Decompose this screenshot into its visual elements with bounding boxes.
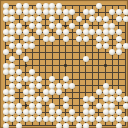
board-cell[interactable] (102, 2, 109, 9)
board-cell[interactable] (16, 109, 23, 116)
board-cell[interactable] (82, 82, 89, 89)
board-cell[interactable] (36, 102, 43, 109)
board-cell[interactable] (42, 9, 49, 16)
board-cell[interactable] (16, 16, 23, 23)
board-cell[interactable] (2, 76, 9, 83)
board-cell[interactable] (9, 122, 16, 128)
board-cell[interactable] (122, 89, 128, 96)
board-cell[interactable] (22, 49, 29, 56)
board-cell[interactable] (36, 122, 43, 128)
board-cell[interactable] (9, 76, 16, 83)
board-cell[interactable] (102, 76, 109, 83)
board-cell[interactable] (102, 49, 109, 56)
board-cell[interactable] (116, 42, 123, 49)
board-cell[interactable] (82, 109, 89, 116)
board-cell[interactable] (29, 76, 36, 83)
board-cell[interactable] (16, 96, 23, 103)
board-cell[interactable] (36, 76, 43, 83)
board-cell[interactable] (29, 16, 36, 23)
board-cell[interactable] (42, 82, 49, 89)
board-cell[interactable] (116, 76, 123, 83)
board-cell[interactable] (36, 2, 43, 9)
board-cell[interactable] (96, 82, 103, 89)
board-cell[interactable] (16, 102, 23, 109)
board-cell[interactable] (69, 2, 76, 9)
board-cell[interactable] (96, 56, 103, 63)
board-cell[interactable] (16, 62, 23, 69)
board-cell[interactable] (29, 116, 36, 123)
board-cell[interactable] (89, 82, 96, 89)
board-cell[interactable] (102, 22, 109, 29)
board-cell[interactable] (16, 89, 23, 96)
board-cell[interactable] (116, 49, 123, 56)
board-cell[interactable] (62, 22, 69, 29)
board-cell[interactable] (49, 76, 56, 83)
board-cell[interactable] (89, 56, 96, 63)
board-cell[interactable] (122, 22, 128, 29)
board-cell[interactable] (116, 2, 123, 9)
board-cell[interactable] (122, 109, 128, 116)
board-cell[interactable] (42, 122, 49, 128)
board-cell[interactable] (89, 96, 96, 103)
board-cell[interactable] (29, 62, 36, 69)
board-cell[interactable] (2, 2, 9, 9)
board-cell[interactable] (16, 2, 23, 9)
board-cell[interactable] (76, 9, 83, 16)
board-cell[interactable] (122, 96, 128, 103)
board-cell[interactable] (122, 9, 128, 16)
board-cell[interactable] (62, 9, 69, 16)
board-cell[interactable] (116, 9, 123, 16)
board-cell[interactable] (49, 56, 56, 63)
board-cell[interactable] (109, 122, 116, 128)
board-cell[interactable] (56, 62, 63, 69)
board-cell[interactable] (22, 122, 29, 128)
board-cell[interactable] (82, 9, 89, 16)
board-cell[interactable] (29, 49, 36, 56)
board-cell[interactable] (69, 82, 76, 89)
board-cell[interactable] (76, 96, 83, 103)
board-cell[interactable] (109, 102, 116, 109)
board-cell[interactable] (36, 62, 43, 69)
board-cell[interactable] (82, 2, 89, 9)
board-cell[interactable] (29, 82, 36, 89)
board-cell[interactable] (22, 109, 29, 116)
board-cell[interactable] (29, 109, 36, 116)
board-cell[interactable] (76, 76, 83, 83)
board-cell[interactable] (96, 62, 103, 69)
board-cell[interactable] (2, 89, 9, 96)
board-cell[interactable] (102, 29, 109, 36)
board-cell[interactable] (9, 69, 16, 76)
board-cell[interactable] (109, 89, 116, 96)
board-cell[interactable] (76, 49, 83, 56)
board-cell[interactable] (82, 62, 89, 69)
board-cell[interactable] (76, 102, 83, 109)
board-cell[interactable] (96, 76, 103, 83)
board-cell[interactable] (69, 62, 76, 69)
board-cell[interactable] (76, 2, 83, 9)
board-cell[interactable] (116, 22, 123, 29)
board-cell[interactable] (69, 36, 76, 43)
board-cell[interactable] (76, 82, 83, 89)
board-cell[interactable] (29, 9, 36, 16)
board-cell[interactable] (2, 109, 9, 116)
board-cell[interactable] (109, 29, 116, 36)
board-cell[interactable] (56, 56, 63, 63)
board-cell[interactable] (109, 69, 116, 76)
board-cell[interactable] (36, 36, 43, 43)
board-cell[interactable] (42, 49, 49, 56)
board-cell[interactable] (69, 22, 76, 29)
board-cell[interactable] (62, 116, 69, 123)
board-cell[interactable] (22, 42, 29, 49)
board-cell[interactable] (22, 82, 29, 89)
board-cell[interactable] (49, 16, 56, 23)
board-cell[interactable] (2, 82, 9, 89)
board-cell[interactable] (82, 36, 89, 43)
board-cell[interactable] (122, 69, 128, 76)
board-cell[interactable] (56, 76, 63, 83)
board-cell[interactable] (9, 109, 16, 116)
board-cell[interactable] (89, 16, 96, 23)
board-cell[interactable] (22, 29, 29, 36)
board-cell[interactable] (29, 29, 36, 36)
board-cell[interactable] (2, 29, 9, 36)
board-cell[interactable] (56, 16, 63, 23)
board-cell[interactable] (49, 36, 56, 43)
board-cell[interactable] (102, 42, 109, 49)
board-cell[interactable] (36, 22, 43, 29)
board-cell[interactable] (116, 102, 123, 109)
board-cell[interactable] (76, 36, 83, 43)
board-cell[interactable] (116, 36, 123, 43)
board-cell[interactable] (29, 42, 36, 49)
board-cell[interactable] (22, 116, 29, 123)
board-cell[interactable] (82, 89, 89, 96)
board-cell[interactable] (62, 76, 69, 83)
board-cell[interactable] (49, 62, 56, 69)
board-cell[interactable] (49, 9, 56, 16)
board-cell[interactable] (2, 96, 9, 103)
board-cell[interactable] (49, 42, 56, 49)
board-cell[interactable] (2, 42, 9, 49)
board-cell[interactable] (109, 96, 116, 103)
board-cell[interactable] (42, 69, 49, 76)
board-cell[interactable] (122, 82, 128, 89)
board-cell[interactable] (9, 102, 16, 109)
board-cell[interactable] (42, 22, 49, 29)
board-cell[interactable] (16, 42, 23, 49)
board-cell[interactable] (49, 82, 56, 89)
board-cell[interactable] (102, 16, 109, 23)
board-cell[interactable] (122, 102, 128, 109)
board-cell[interactable] (102, 69, 109, 76)
board-cell[interactable] (69, 102, 76, 109)
board-cell[interactable] (116, 56, 123, 63)
board-cell[interactable] (82, 102, 89, 109)
board-cell[interactable] (76, 62, 83, 69)
board-cell[interactable] (22, 36, 29, 43)
board-cell[interactable] (56, 109, 63, 116)
board-cell[interactable] (89, 69, 96, 76)
board-cell[interactable] (42, 96, 49, 103)
board-cell[interactable] (96, 36, 103, 43)
board-cell[interactable] (49, 89, 56, 96)
board-cell[interactable] (9, 49, 16, 56)
board-cell[interactable] (102, 109, 109, 116)
board-cell[interactable] (56, 82, 63, 89)
board-cell[interactable] (102, 36, 109, 43)
board-cell[interactable] (96, 29, 103, 36)
board-cell[interactable] (96, 49, 103, 56)
board-cell[interactable] (116, 89, 123, 96)
board-cell[interactable] (16, 122, 23, 128)
board-cell[interactable] (9, 22, 16, 29)
board-cell[interactable] (122, 56, 128, 63)
board-cell[interactable] (102, 116, 109, 123)
board-cell[interactable] (56, 69, 63, 76)
board-cell[interactable] (22, 89, 29, 96)
board-cell[interactable] (62, 42, 69, 49)
board-cell[interactable] (89, 62, 96, 69)
board-cell[interactable] (102, 82, 109, 89)
board-cell[interactable] (36, 96, 43, 103)
board-cell[interactable] (76, 22, 83, 29)
board-cell[interactable] (116, 29, 123, 36)
board-cell[interactable] (116, 16, 123, 23)
board-cell[interactable] (89, 36, 96, 43)
board-cell[interactable] (49, 96, 56, 103)
board-cell[interactable] (2, 56, 9, 63)
board-cell[interactable] (2, 69, 9, 76)
board-cell[interactable] (36, 16, 43, 23)
board-cell[interactable] (49, 49, 56, 56)
board-cell[interactable] (76, 56, 83, 63)
board-cell[interactable] (109, 56, 116, 63)
board-cell[interactable] (96, 89, 103, 96)
board-cell[interactable] (89, 9, 96, 16)
board-cell[interactable] (56, 36, 63, 43)
board-cell[interactable] (76, 89, 83, 96)
board-cell[interactable] (9, 9, 16, 16)
board-cell[interactable] (69, 109, 76, 116)
board-cell[interactable] (36, 49, 43, 56)
board-cell[interactable] (82, 29, 89, 36)
board-cell[interactable] (29, 22, 36, 29)
board-cell[interactable] (56, 29, 63, 36)
board-cell[interactable] (96, 69, 103, 76)
board-cell[interactable] (2, 122, 9, 128)
board-cell[interactable] (36, 109, 43, 116)
board-cell[interactable] (22, 102, 29, 109)
board-cell[interactable] (89, 22, 96, 29)
board-cell[interactable] (96, 122, 103, 128)
board-cell[interactable] (42, 29, 49, 36)
board-cell[interactable] (9, 116, 16, 123)
board-cell[interactable] (2, 22, 9, 29)
board-cell[interactable] (122, 116, 128, 123)
board-cell[interactable] (109, 42, 116, 49)
board-cell[interactable] (82, 42, 89, 49)
board-cell[interactable] (36, 42, 43, 49)
board-cell[interactable] (36, 29, 43, 36)
board-cell[interactable] (102, 122, 109, 128)
board-cell[interactable] (22, 9, 29, 16)
board-cell[interactable] (16, 116, 23, 123)
board-cell[interactable] (62, 96, 69, 103)
board-cell[interactable] (9, 62, 16, 69)
board-cell[interactable] (122, 42, 128, 49)
board-cell[interactable] (89, 122, 96, 128)
board-cell[interactable] (16, 29, 23, 36)
board-cell[interactable] (89, 109, 96, 116)
board-cell[interactable] (29, 2, 36, 9)
board-cell[interactable] (49, 29, 56, 36)
board-cell[interactable] (89, 89, 96, 96)
board-cell[interactable] (16, 56, 23, 63)
board-cell[interactable] (49, 122, 56, 128)
board-cell[interactable] (76, 116, 83, 123)
board-cell[interactable] (82, 122, 89, 128)
board-cell[interactable] (69, 9, 76, 16)
board-cell[interactable] (122, 62, 128, 69)
board-cell[interactable] (76, 29, 83, 36)
board-cell[interactable] (116, 69, 123, 76)
board-cell[interactable] (82, 56, 89, 63)
board-cell[interactable] (116, 62, 123, 69)
board-cell[interactable] (116, 116, 123, 123)
board-cell[interactable] (76, 109, 83, 116)
board-cell[interactable] (109, 2, 116, 9)
board-cell[interactable] (29, 69, 36, 76)
board-cell[interactable] (69, 16, 76, 23)
board-cell[interactable] (62, 2, 69, 9)
board-cell[interactable] (69, 56, 76, 63)
board-cell[interactable] (62, 109, 69, 116)
board-cell[interactable] (109, 82, 116, 89)
board-cell[interactable] (56, 116, 63, 123)
board-cell[interactable] (49, 69, 56, 76)
board-cell[interactable] (122, 122, 128, 128)
board-cell[interactable] (56, 2, 63, 9)
board-cell[interactable] (49, 116, 56, 123)
board-cell[interactable] (56, 42, 63, 49)
board-cell[interactable] (2, 9, 9, 16)
board-cell[interactable] (16, 9, 23, 16)
board-cell[interactable] (62, 62, 69, 69)
board-cell[interactable] (49, 2, 56, 9)
board-cell[interactable] (62, 49, 69, 56)
board-cell[interactable] (42, 16, 49, 23)
board-cell[interactable] (89, 49, 96, 56)
board-cell[interactable] (82, 16, 89, 23)
board-cell[interactable] (42, 102, 49, 109)
board-cell[interactable] (62, 69, 69, 76)
board-cell[interactable] (29, 56, 36, 63)
board-cell[interactable] (69, 69, 76, 76)
board-cell[interactable] (9, 82, 16, 89)
board-cell[interactable] (62, 36, 69, 43)
board-cell[interactable] (42, 56, 49, 63)
board-cell[interactable] (56, 102, 63, 109)
board-cell[interactable] (56, 22, 63, 29)
board-cell[interactable] (9, 2, 16, 9)
board-cell[interactable] (16, 76, 23, 83)
board-cell[interactable] (2, 62, 9, 69)
board-cell[interactable] (122, 29, 128, 36)
board-cell[interactable] (96, 9, 103, 16)
board-cell[interactable] (49, 102, 56, 109)
board-cell[interactable] (62, 82, 69, 89)
board-cell[interactable] (102, 56, 109, 63)
board-cell[interactable] (82, 116, 89, 123)
board-cell[interactable] (42, 2, 49, 9)
board-cell[interactable] (89, 116, 96, 123)
board-cell[interactable] (122, 76, 128, 83)
board-cell[interactable] (49, 22, 56, 29)
board-cell[interactable] (16, 36, 23, 43)
board-cell[interactable] (42, 116, 49, 123)
board-cell[interactable] (109, 36, 116, 43)
board-cell[interactable] (102, 62, 109, 69)
board-cell[interactable] (69, 122, 76, 128)
board-cell[interactable] (62, 29, 69, 36)
board-cell[interactable] (96, 42, 103, 49)
board-cell[interactable] (56, 9, 63, 16)
board-cell[interactable] (49, 109, 56, 116)
board-cell[interactable] (69, 49, 76, 56)
board-cell[interactable] (96, 16, 103, 23)
board-cell[interactable] (69, 96, 76, 103)
board-cell[interactable] (76, 122, 83, 128)
board-cell[interactable] (89, 76, 96, 83)
board-cell[interactable] (36, 89, 43, 96)
board-cell[interactable] (36, 9, 43, 16)
board-cell[interactable] (62, 16, 69, 23)
board-cell[interactable] (89, 29, 96, 36)
board-cell[interactable] (22, 16, 29, 23)
board-cell[interactable] (9, 96, 16, 103)
board-cell[interactable] (69, 116, 76, 123)
board-cell[interactable] (36, 69, 43, 76)
board-cell[interactable] (109, 9, 116, 16)
board-cell[interactable] (42, 89, 49, 96)
board-cell[interactable] (36, 116, 43, 123)
board-cell[interactable] (29, 102, 36, 109)
board-cell[interactable] (109, 76, 116, 83)
board-cell[interactable] (29, 96, 36, 103)
board-cell[interactable] (56, 49, 63, 56)
board-cell[interactable] (89, 42, 96, 49)
board-cell[interactable] (96, 102, 103, 109)
board-cell[interactable] (16, 69, 23, 76)
board-cell[interactable] (42, 62, 49, 69)
board-cell[interactable] (42, 36, 49, 43)
board-cell[interactable] (56, 122, 63, 128)
board-cell[interactable] (22, 76, 29, 83)
board-cell[interactable] (2, 116, 9, 123)
board-cell[interactable] (16, 49, 23, 56)
board-cell[interactable] (9, 89, 16, 96)
board-cell[interactable] (36, 82, 43, 89)
board-cell[interactable] (109, 22, 116, 29)
board-cell[interactable] (62, 56, 69, 63)
board-cell[interactable] (102, 9, 109, 16)
board-cell[interactable] (36, 56, 43, 63)
board-cell[interactable] (116, 109, 123, 116)
board-cell[interactable] (22, 69, 29, 76)
